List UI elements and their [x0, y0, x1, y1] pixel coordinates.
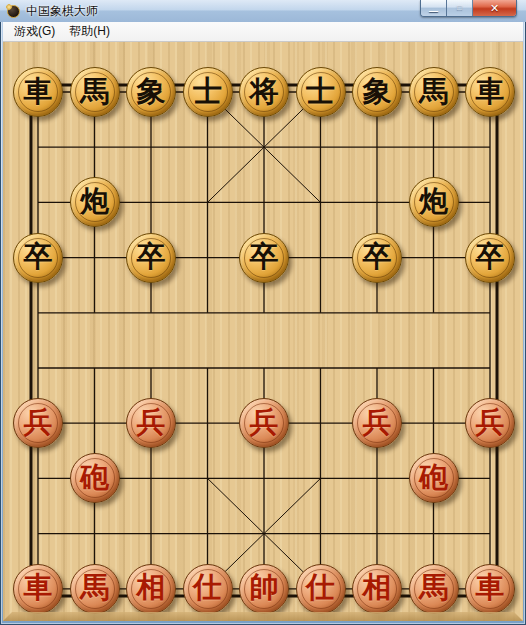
- piece-red-general[interactable]: 帥: [239, 564, 289, 614]
- menu-item-game[interactable]: 游戏(G): [7, 21, 62, 42]
- xiangqi-board[interactable]: 車馬象士将士象馬車炮炮卒卒卒卒卒兵兵兵兵兵砲砲車馬相仕帥仕相馬車: [3, 42, 523, 621]
- piece-glyph: 兵: [363, 408, 392, 437]
- piece-black-advisor[interactable]: 士: [183, 67, 233, 117]
- piece-glyph: 車: [476, 77, 505, 106]
- window-controls: — □ ✕: [420, 0, 517, 17]
- app-window: 中国象棋大师 — □ ✕ 游戏(G) 帮助(H): [0, 0, 526, 625]
- piece-glyph: 象: [137, 77, 166, 106]
- maximize-icon: □: [457, 4, 462, 12]
- board-bottom-bevel: [3, 612, 523, 621]
- app-icon-sparkle: [6, 4, 12, 10]
- piece-red-soldier[interactable]: 兵: [352, 398, 402, 448]
- piece-glyph: 卒: [363, 242, 392, 271]
- minimize-icon: —: [429, 7, 438, 16]
- piece-red-horse[interactable]: 馬: [409, 564, 459, 614]
- piece-glyph: 将: [250, 77, 279, 106]
- piece-red-soldier[interactable]: 兵: [126, 398, 176, 448]
- piece-black-advisor[interactable]: 士: [296, 67, 346, 117]
- piece-glyph: 士: [193, 77, 222, 106]
- piece-black-chariot[interactable]: 車: [13, 67, 63, 117]
- piece-glyph: 馬: [80, 573, 109, 602]
- window-title: 中国象棋大师: [26, 3, 98, 20]
- piece-glyph: 兵: [250, 408, 279, 437]
- piece-glyph: 馬: [419, 77, 448, 106]
- piece-red-horse[interactable]: 馬: [70, 564, 120, 614]
- piece-glyph: 馬: [80, 77, 109, 106]
- piece-glyph: 卒: [250, 242, 279, 271]
- piece-red-soldier[interactable]: 兵: [13, 398, 63, 448]
- piece-glyph: 士: [306, 77, 335, 106]
- piece-black-elephant[interactable]: 象: [126, 67, 176, 117]
- menu-bar: 游戏(G) 帮助(H): [3, 22, 523, 42]
- pieces-layer: 車馬象士将士象馬車炮炮卒卒卒卒卒兵兵兵兵兵砲砲車馬相仕帥仕相馬車: [3, 42, 523, 621]
- piece-glyph: 炮: [80, 187, 109, 216]
- piece-glyph: 車: [24, 573, 53, 602]
- minimize-button[interactable]: —: [421, 0, 447, 16]
- piece-glyph: 砲: [80, 463, 109, 492]
- piece-glyph: 仕: [193, 573, 222, 602]
- piece-glyph: 帥: [250, 573, 279, 602]
- piece-red-advisor[interactable]: 仕: [183, 564, 233, 614]
- maximize-button[interactable]: □: [447, 0, 473, 16]
- piece-glyph: 炮: [419, 187, 448, 216]
- piece-red-chariot[interactable]: 車: [465, 564, 515, 614]
- close-button[interactable]: ✕: [473, 0, 516, 16]
- piece-glyph: 兵: [137, 408, 166, 437]
- piece-black-chariot[interactable]: 車: [465, 67, 515, 117]
- piece-glyph: 卒: [24, 242, 53, 271]
- piece-black-soldier[interactable]: 卒: [239, 233, 289, 283]
- piece-glyph: 相: [137, 573, 166, 602]
- piece-black-soldier[interactable]: 卒: [352, 233, 402, 283]
- piece-glyph: 砲: [419, 463, 448, 492]
- piece-glyph: 兵: [24, 408, 53, 437]
- piece-red-cannon[interactable]: 砲: [70, 453, 120, 503]
- piece-glyph: 兵: [476, 408, 505, 437]
- piece-glyph: 卒: [476, 242, 505, 271]
- piece-black-soldier[interactable]: 卒: [13, 233, 63, 283]
- piece-black-cannon[interactable]: 炮: [409, 177, 459, 227]
- piece-black-elephant[interactable]: 象: [352, 67, 402, 117]
- piece-glyph: 卒: [137, 242, 166, 271]
- piece-red-elephant[interactable]: 相: [126, 564, 176, 614]
- piece-glyph: 象: [363, 77, 392, 106]
- piece-glyph: 馬: [419, 573, 448, 602]
- piece-glyph: 相: [363, 573, 392, 602]
- piece-black-horse[interactable]: 馬: [70, 67, 120, 117]
- piece-red-soldier[interactable]: 兵: [239, 398, 289, 448]
- piece-black-general[interactable]: 将: [239, 67, 289, 117]
- menu-item-help[interactable]: 帮助(H): [62, 21, 117, 42]
- app-icon: [6, 4, 21, 19]
- piece-glyph: 車: [476, 573, 505, 602]
- piece-black-horse[interactable]: 馬: [409, 67, 459, 117]
- close-icon: ✕: [490, 3, 499, 14]
- piece-red-cannon[interactable]: 砲: [409, 453, 459, 503]
- piece-glyph: 仕: [306, 573, 335, 602]
- piece-red-elephant[interactable]: 相: [352, 564, 402, 614]
- piece-black-cannon[interactable]: 炮: [70, 177, 120, 227]
- title-bar[interactable]: 中国象棋大师 — □ ✕: [0, 0, 526, 22]
- piece-red-soldier[interactable]: 兵: [465, 398, 515, 448]
- piece-glyph: 車: [24, 77, 53, 106]
- piece-red-chariot[interactable]: 車: [13, 564, 63, 614]
- piece-red-advisor[interactable]: 仕: [296, 564, 346, 614]
- piece-black-soldier[interactable]: 卒: [126, 233, 176, 283]
- piece-black-soldier[interactable]: 卒: [465, 233, 515, 283]
